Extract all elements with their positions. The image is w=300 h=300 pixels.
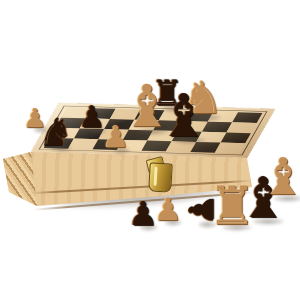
lid-black-bishop-shadow [172, 137, 206, 144]
lid-black-pawn: ♟ [52, 105, 132, 130]
table-white-pawn: ♟ [128, 197, 208, 222]
table-white-pawn-shadow [164, 219, 182, 226]
lid-black-knight: ♞ [16, 117, 96, 148]
table-black-pawn-lying: ♟ [188, 170, 216, 250]
lid-black-rook-shadow [162, 105, 182, 112]
lid-black-rook: ♜ [127, 79, 207, 108]
table-black-pawn-lying-shadow [198, 221, 217, 228]
lid-black-knight-shadow [50, 145, 72, 152]
lid-white-bishop-shadow [136, 128, 169, 135]
pieces-layer: ♟♞♟♟♝♜♝♞♟♟♟♜♝♝ [0, 0, 300, 300]
lid-black-pawn-shadow [89, 127, 106, 134]
lid-white-knight-shadow [195, 114, 221, 121]
product-photo-scene: ♟♞♟♟♝♜♝♞♟♟♟♜♝♝ [0, 0, 300, 300]
table-black-pawn-shadow [139, 224, 158, 231]
table-white-rook-shadow [222, 224, 252, 231]
lid-white-pawn-shadow [33, 126, 48, 133]
table-black-bishop-shadow [252, 218, 284, 225]
table-white-bishop: ♝ [243, 156, 300, 198]
lid-white-pawn-2-shadow [113, 147, 130, 154]
table-white-bishop-shadow [273, 195, 300, 202]
